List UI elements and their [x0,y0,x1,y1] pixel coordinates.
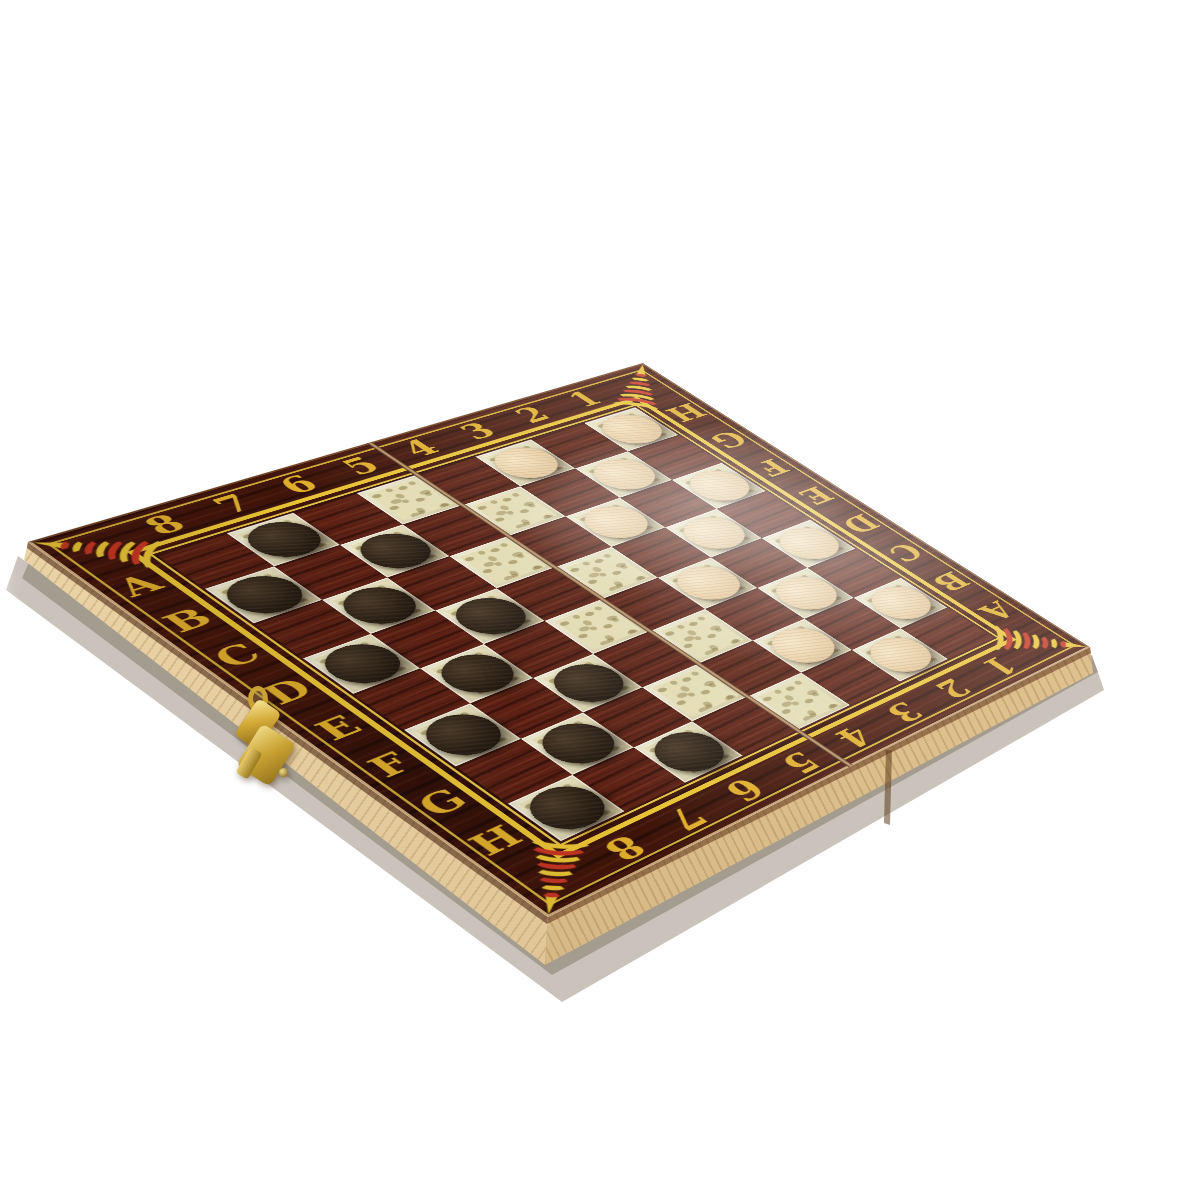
scene: 8765432187654321ABCDEFGHHGFEDCBA [0,0,1200,1200]
board-3d: 8765432187654321ABCDEFGHHGFEDCBA [28,363,1090,917]
light-glare-overlay [28,363,1090,917]
clasp-screw [279,768,288,777]
brass-clasp[interactable] [232,686,312,801]
